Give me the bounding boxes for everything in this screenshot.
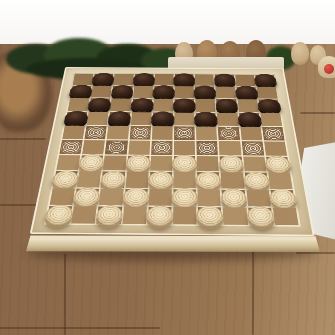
square-r2-c9[interactable] xyxy=(236,87,257,99)
square-r3-c4[interactable] xyxy=(132,99,152,111)
square-r6-c6[interactable] xyxy=(174,141,195,155)
square-r10-c9[interactable] xyxy=(248,207,273,225)
board-frame xyxy=(30,67,315,236)
board-field xyxy=(44,73,301,227)
square-r1-c2[interactable] xyxy=(93,74,113,85)
square-r3-c3[interactable] xyxy=(110,99,131,111)
light-checker-piece[interactable] xyxy=(220,188,247,207)
light-checker-piece[interactable] xyxy=(122,188,149,207)
dark-checker-piece[interactable] xyxy=(214,74,236,87)
square-r3-c1[interactable] xyxy=(68,98,90,110)
square-r4-c8[interactable] xyxy=(217,113,238,126)
plank-seam xyxy=(300,112,335,114)
square-r7-c2[interactable] xyxy=(80,155,104,170)
spiral-engraving xyxy=(86,126,106,138)
square-r1-c9[interactable] xyxy=(235,75,255,86)
square-r9-c4[interactable] xyxy=(124,189,148,206)
square-r7-c3[interactable] xyxy=(103,156,126,171)
square-r5-c1[interactable] xyxy=(62,126,85,140)
plank-seam xyxy=(0,204,38,206)
dark-checker-piece[interactable] xyxy=(194,86,216,100)
dark-checker-piece[interactable] xyxy=(257,99,281,113)
light-checker-piece[interactable] xyxy=(146,206,173,226)
square-r4-c7[interactable] xyxy=(196,113,217,126)
square-r10-c5[interactable] xyxy=(148,207,172,225)
square-r3-c6[interactable] xyxy=(174,99,194,111)
square-r5-c9[interactable] xyxy=(240,127,262,141)
square-r8-c10[interactable] xyxy=(268,173,292,189)
square-r2-c7[interactable] xyxy=(195,87,215,99)
light-checker-piece[interactable] xyxy=(246,206,275,226)
spiral-engraving xyxy=(106,141,126,154)
square-r10-c7[interactable] xyxy=(198,207,222,225)
square-r7-c4[interactable] xyxy=(127,156,150,171)
square-r6-c7[interactable] xyxy=(197,141,219,155)
dark-checker-piece[interactable] xyxy=(215,99,238,113)
dark-checker-piece[interactable] xyxy=(151,111,174,126)
light-checker-piece[interactable] xyxy=(196,206,223,226)
dark-checker-piece[interactable] xyxy=(194,112,217,127)
square-r9-c9[interactable] xyxy=(246,190,271,207)
spiral-engraving xyxy=(198,142,217,155)
square-r10-c6[interactable] xyxy=(173,207,197,225)
square-r6-c3[interactable] xyxy=(105,140,127,154)
square-r4-c5[interactable] xyxy=(152,112,172,125)
spiral-engraving xyxy=(263,128,283,140)
spiral-engraving xyxy=(243,142,263,155)
square-r5-c4[interactable] xyxy=(129,126,150,140)
square-r1-c10[interactable] xyxy=(255,75,275,86)
square-r4-c10[interactable] xyxy=(260,113,282,126)
square-r7-c6[interactable] xyxy=(174,156,196,171)
square-r10-c3[interactable] xyxy=(97,206,122,224)
dark-checker-piece[interactable] xyxy=(107,111,131,126)
square-r8-c9[interactable] xyxy=(244,173,268,189)
light-checker-piece[interactable] xyxy=(44,205,74,225)
square-r4-c4[interactable] xyxy=(131,112,152,125)
square-r5-c6[interactable] xyxy=(174,126,195,140)
dark-checker-piece[interactable] xyxy=(152,85,174,99)
photo-scene xyxy=(0,0,335,335)
square-r2-c6[interactable] xyxy=(175,86,194,98)
light-checker-piece[interactable] xyxy=(264,156,291,173)
square-r2-c10[interactable] xyxy=(257,87,278,99)
square-r10-c2[interactable] xyxy=(71,206,97,224)
square-r1-c8[interactable] xyxy=(215,74,235,85)
dark-checker-piece[interactable] xyxy=(173,73,195,86)
square-r9-c6[interactable] xyxy=(173,189,196,206)
wooden-egg xyxy=(291,42,309,65)
dark-checker-piece[interactable] xyxy=(63,111,88,126)
dark-checker-piece[interactable] xyxy=(237,112,262,127)
square-r9-c3[interactable] xyxy=(99,189,123,206)
spiral-engraving xyxy=(130,127,149,139)
square-r6-c9[interactable] xyxy=(241,141,264,155)
square-r2-c3[interactable] xyxy=(112,86,132,98)
spiral-engraving xyxy=(152,141,171,154)
spiral-engraving xyxy=(219,127,238,139)
square-r5-c5[interactable] xyxy=(152,126,173,140)
square-r9-c5[interactable] xyxy=(149,189,172,206)
light-checker-piece[interactable] xyxy=(218,155,244,172)
square-r8-c4[interactable] xyxy=(125,172,148,188)
square-r10-c1[interactable] xyxy=(46,206,72,223)
light-checker-piece[interactable] xyxy=(78,154,105,171)
square-r1-c7[interactable] xyxy=(195,74,214,85)
light-checker-piece[interactable] xyxy=(99,171,126,189)
board-front-edge xyxy=(26,234,320,252)
square-r10-c4[interactable] xyxy=(122,207,146,225)
light-checker-piece[interactable] xyxy=(172,155,197,172)
square-r4-c2[interactable] xyxy=(87,112,109,125)
square-r9-c8[interactable] xyxy=(222,189,246,206)
square-r1-c1[interactable] xyxy=(73,74,94,85)
square-r4-c3[interactable] xyxy=(109,112,130,125)
light-checker-piece[interactable] xyxy=(95,205,124,225)
square-r8-c3[interactable] xyxy=(101,172,125,188)
square-r7-c10[interactable] xyxy=(266,157,290,172)
square-r9-c2[interactable] xyxy=(74,188,99,205)
light-checker-piece[interactable] xyxy=(269,189,298,208)
square-r5-c10[interactable] xyxy=(262,127,285,141)
square-r6-c10[interactable] xyxy=(264,141,287,155)
spiral-engraving xyxy=(175,127,194,139)
dark-checker-piece[interactable] xyxy=(133,73,155,86)
square-r2-c1[interactable] xyxy=(70,86,91,98)
square-r4-c6[interactable] xyxy=(174,112,194,125)
square-r6-c1[interactable] xyxy=(59,140,82,154)
square-r3-c9[interactable] xyxy=(237,99,258,111)
checkers-board[interactable] xyxy=(30,67,315,236)
plank-seam xyxy=(252,248,254,335)
dark-checker-piece[interactable] xyxy=(173,98,196,112)
square-r4-c9[interactable] xyxy=(239,113,261,126)
dark-checker-piece[interactable] xyxy=(111,85,134,99)
plank-seam xyxy=(0,327,160,329)
square-r8-c8[interactable] xyxy=(221,173,244,189)
square-r3-c5[interactable] xyxy=(153,99,173,111)
square-r7-c7[interactable] xyxy=(197,156,219,171)
square-r8-c6[interactable] xyxy=(174,172,196,188)
square-r7-c8[interactable] xyxy=(220,156,243,171)
square-r5-c8[interactable] xyxy=(218,127,240,141)
square-r7-c5[interactable] xyxy=(150,156,172,171)
square-r3-c10[interactable] xyxy=(258,100,279,112)
spiral-engraving xyxy=(61,141,82,154)
square-r9-c7[interactable] xyxy=(198,189,221,206)
square-r1-c3[interactable] xyxy=(114,74,134,85)
square-r8-c5[interactable] xyxy=(149,172,172,188)
square-r7-c1[interactable] xyxy=(56,155,80,170)
square-r8-c1[interactable] xyxy=(53,171,78,187)
plank-seam xyxy=(64,254,66,335)
board-squares xyxy=(46,74,299,226)
square-r2-c8[interactable] xyxy=(216,87,236,99)
square-r6-c2[interactable] xyxy=(82,140,105,154)
square-r6-c4[interactable] xyxy=(128,141,150,155)
red-ball-toy xyxy=(318,56,335,78)
light-checker-piece[interactable] xyxy=(73,187,101,206)
square-r2-c4[interactable] xyxy=(133,86,153,98)
square-r2-c2[interactable] xyxy=(91,86,112,98)
square-r3-c8[interactable] xyxy=(216,99,237,111)
dark-checker-piece[interactable] xyxy=(92,73,115,86)
light-checker-piece[interactable] xyxy=(148,171,174,189)
square-r1-c6[interactable] xyxy=(175,74,194,85)
square-r1-c4[interactable] xyxy=(134,74,153,85)
plank-seam xyxy=(0,138,46,140)
square-r10-c8[interactable] xyxy=(223,207,248,225)
square-r9-c10[interactable] xyxy=(270,190,295,207)
square-r9-c1[interactable] xyxy=(50,188,76,205)
square-r6-c8[interactable] xyxy=(219,141,241,155)
dark-checker-piece[interactable] xyxy=(88,98,112,112)
square-r3-c7[interactable] xyxy=(196,99,216,111)
square-r1-c5[interactable] xyxy=(154,74,173,85)
dark-checker-piece[interactable] xyxy=(254,74,277,87)
dark-checker-piece[interactable] xyxy=(130,98,153,112)
dark-checker-piece[interactable] xyxy=(69,85,93,98)
square-r8-c2[interactable] xyxy=(77,172,101,188)
square-r8-c7[interactable] xyxy=(197,172,220,188)
light-checker-piece[interactable] xyxy=(243,172,270,190)
square-r3-c2[interactable] xyxy=(89,99,110,111)
square-r5-c2[interactable] xyxy=(85,126,107,140)
square-r7-c9[interactable] xyxy=(243,157,266,172)
square-r5-c7[interactable] xyxy=(196,126,217,140)
light-checker-piece[interactable] xyxy=(125,155,151,172)
square-r2-c5[interactable] xyxy=(154,86,174,98)
square-r4-c1[interactable] xyxy=(65,112,87,125)
light-checker-piece[interactable] xyxy=(51,170,79,188)
square-r5-c3[interactable] xyxy=(107,126,129,140)
dark-checker-piece[interactable] xyxy=(235,86,258,100)
red-ball xyxy=(324,64,334,74)
light-checker-piece[interactable] xyxy=(172,188,198,207)
square-r10-c10[interactable] xyxy=(273,208,299,226)
light-checker-piece[interactable] xyxy=(196,171,222,189)
square-r6-c5[interactable] xyxy=(151,141,172,155)
